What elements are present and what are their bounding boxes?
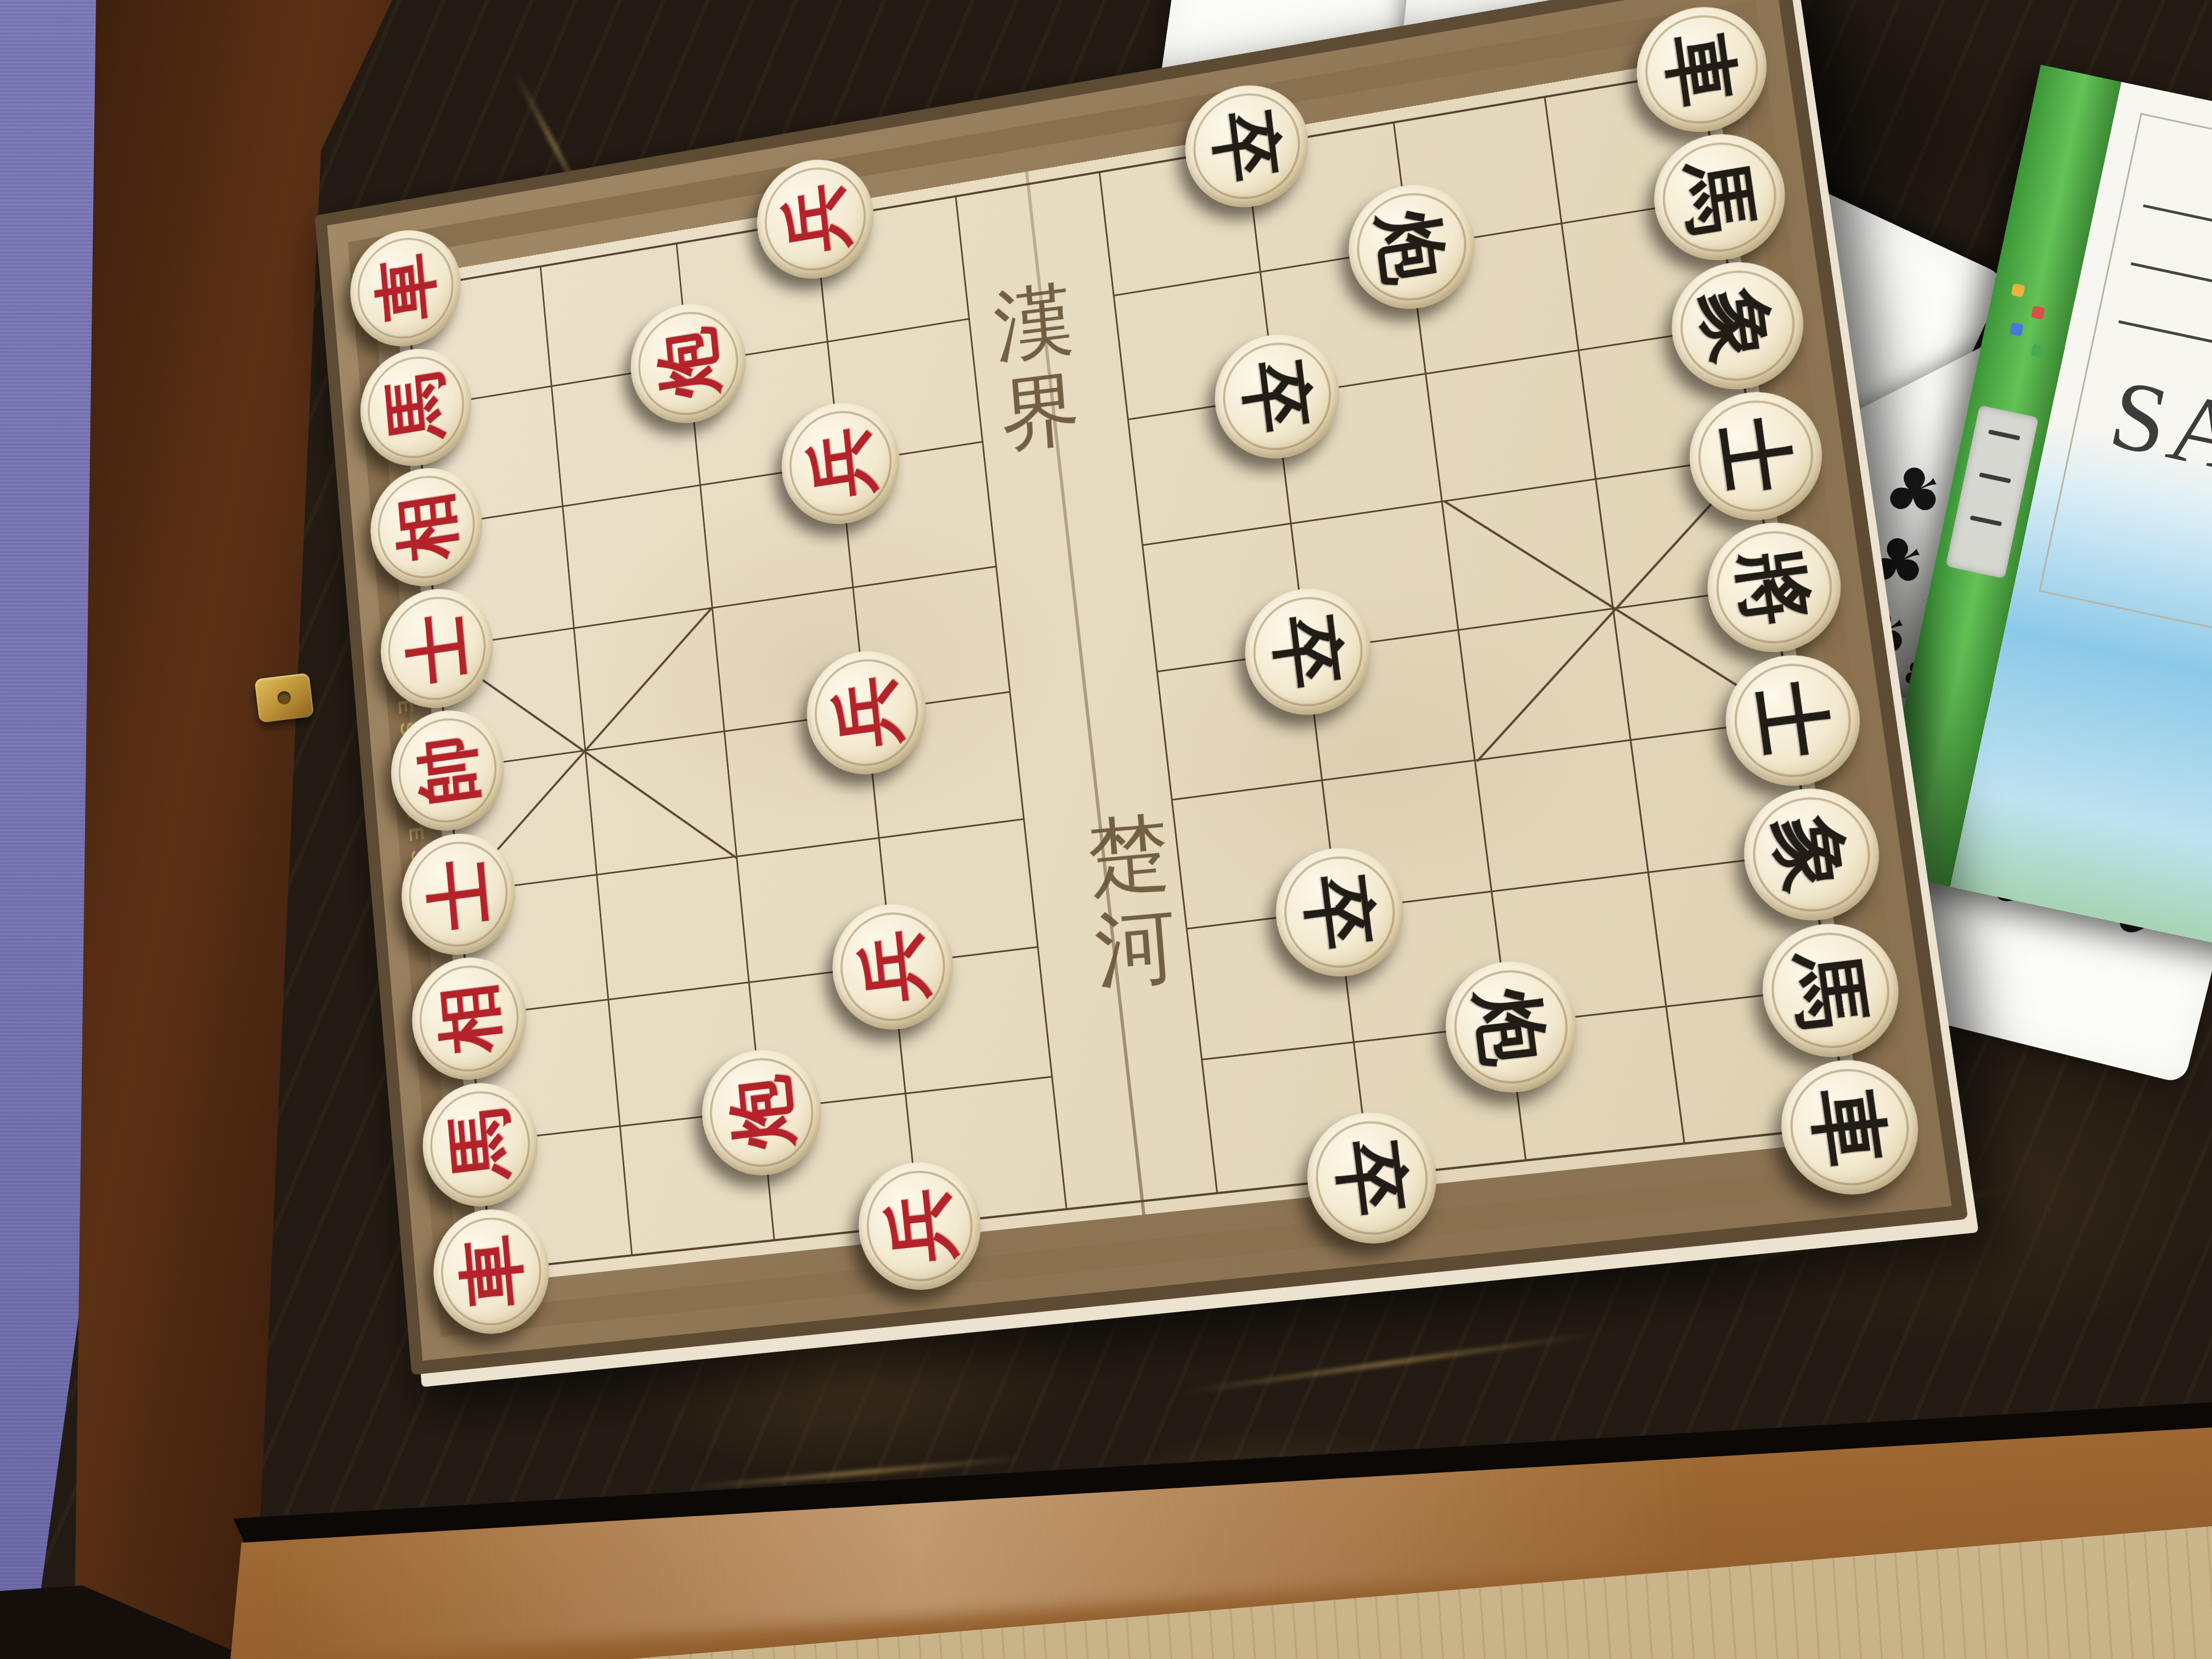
- confetti-dot: [2030, 343, 2045, 358]
- piece-glyph: 卒: [1299, 871, 1381, 953]
- piece-glyph: 卒: [1330, 1136, 1414, 1220]
- piece-glyph: 馬: [444, 1105, 516, 1183]
- piece-red-炮[interactable]: 炮: [625, 295, 751, 431]
- piece-glyph: 將: [1731, 545, 1818, 629]
- xiangqi-board: CHINESE CHESS 漢界 楚河 車馬相士帥士相馬車炮炮兵兵兵兵兵卒卒卒卒…: [315, 0, 1968, 1375]
- piece-glyph: 馬: [381, 368, 450, 445]
- scene: 5♣5♣♣♣♣♣♣ A♠A♠♠Plastic Coated Playing Ca…: [0, 0, 2212, 1659]
- piece-red-兵[interactable]: 兵: [827, 897, 960, 1036]
- piece-red-兵[interactable]: 兵: [801, 644, 932, 782]
- piece-glyph: 兵: [778, 179, 852, 258]
- piece-red-兵[interactable]: 兵: [776, 394, 906, 532]
- piece-glyph: 士: [402, 610, 472, 687]
- piece-glyph: 士: [1749, 678, 1836, 763]
- piece-glyph: 炮: [652, 324, 725, 402]
- piece-black-卒[interactable]: 卒: [1208, 326, 1346, 467]
- piece-glyph: 兵: [803, 424, 878, 503]
- piece-glyph: 炮: [724, 1072, 799, 1152]
- piece-glyph: 兵: [881, 1186, 958, 1266]
- piece-glyph: 象: [1768, 812, 1855, 897]
- piece-black-炮[interactable]: 炮: [1341, 175, 1482, 317]
- piece-black-炮[interactable]: 炮: [1438, 954, 1584, 1099]
- piece-red-炮[interactable]: 炮: [697, 1043, 827, 1181]
- piece-glyph: 卒: [1207, 105, 1286, 187]
- piece-glyph: 卒: [1267, 611, 1348, 693]
- piece-glyph: 相: [433, 979, 505, 1058]
- board-latch[interactable]: [254, 673, 314, 723]
- piece-black-卒[interactable]: 卒: [1238, 580, 1378, 723]
- piece-glyph: 兵: [854, 927, 931, 1007]
- piece-glyph: 馬: [1786, 947, 1875, 1033]
- piece-glyph: 車: [1805, 1084, 1894, 1170]
- piece-glyph: 車: [371, 250, 441, 326]
- piece-glyph: 馬: [1677, 155, 1762, 239]
- piece-glyph: 車: [1660, 27, 1744, 111]
- piece-glyph: 相: [391, 488, 461, 566]
- confetti-dot: [2010, 322, 2024, 336]
- piece-glyph: 炮: [1371, 205, 1452, 287]
- piece-glyph: 象: [1695, 284, 1780, 368]
- piece-glyph: 士: [1713, 414, 1799, 498]
- confetti-dot: [2011, 283, 2025, 297]
- confetti-dot: [2031, 306, 2045, 320]
- piece-glyph: 車: [455, 1232, 528, 1311]
- piece-glyph: 帥: [412, 731, 483, 809]
- piece-glyph: 兵: [828, 673, 904, 753]
- piece-black-卒[interactable]: 卒: [1269, 840, 1411, 983]
- piece-glyph: 卒: [1237, 356, 1317, 437]
- piece-glyph: 炮: [1469, 985, 1553, 1069]
- piece-glyph: 士: [422, 855, 494, 933]
